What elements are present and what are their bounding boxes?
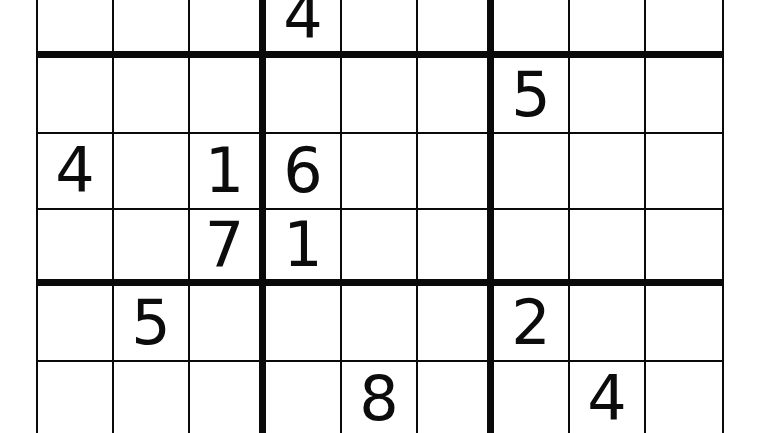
cell-r4c6[interactable] bbox=[418, 58, 494, 134]
cell-r6c1[interactable] bbox=[38, 210, 114, 286]
cell-r3c2[interactable] bbox=[114, 0, 190, 58]
given-digit: 4 bbox=[587, 368, 626, 430]
cell-r8c8[interactable]: 4 bbox=[570, 362, 646, 433]
cell-r8c4[interactable] bbox=[266, 362, 342, 433]
cell-r6c4[interactable]: 1 bbox=[266, 210, 342, 286]
cell-r7c6[interactable] bbox=[418, 286, 494, 362]
cell-r6c8[interactable] bbox=[570, 210, 646, 286]
cell-r6c3[interactable]: 7 bbox=[190, 210, 266, 286]
given-digit: 1 bbox=[205, 140, 244, 202]
cell-r5c5[interactable] bbox=[342, 134, 418, 210]
cell-r7c8[interactable] bbox=[570, 286, 646, 362]
cell-r5c7[interactable] bbox=[494, 134, 570, 210]
cell-r3c7[interactable] bbox=[494, 0, 570, 58]
given-digit: 7 bbox=[205, 214, 244, 276]
cell-r3c4[interactable]: 4 bbox=[266, 0, 342, 58]
given-digit: 1 bbox=[283, 214, 322, 276]
cell-r7c5[interactable] bbox=[342, 286, 418, 362]
cell-r5c2[interactable] bbox=[114, 134, 190, 210]
given-digit: 4 bbox=[55, 140, 94, 202]
cell-r8c2[interactable] bbox=[114, 362, 190, 433]
cell-r8c6[interactable] bbox=[418, 362, 494, 433]
sudoku-screenshot: 45416715284 bbox=[0, 0, 760, 433]
cell-r6c6[interactable] bbox=[418, 210, 494, 286]
cell-r7c4[interactable] bbox=[266, 286, 342, 362]
cell-r4c7[interactable]: 5 bbox=[494, 58, 570, 134]
given-digit: 8 bbox=[359, 368, 398, 430]
cell-r8c3[interactable] bbox=[190, 362, 266, 433]
cell-r8c9[interactable] bbox=[646, 362, 722, 433]
given-digit: 5 bbox=[511, 64, 550, 126]
cell-r7c9[interactable] bbox=[646, 286, 722, 362]
cell-r3c8[interactable] bbox=[570, 0, 646, 58]
cell-r4c3[interactable] bbox=[190, 58, 266, 134]
cell-r7c7[interactable]: 2 bbox=[494, 286, 570, 362]
cell-r4c4[interactable] bbox=[266, 58, 342, 134]
cell-r6c7[interactable] bbox=[494, 210, 570, 286]
given-digit: 4 bbox=[283, 0, 322, 48]
cell-r7c2[interactable]: 5 bbox=[114, 286, 190, 362]
cell-r8c7[interactable] bbox=[494, 362, 570, 433]
cell-r5c3[interactable]: 1 bbox=[190, 134, 266, 210]
cell-r4c1[interactable] bbox=[38, 58, 114, 134]
cell-r8c5[interactable]: 8 bbox=[342, 362, 418, 433]
cell-r5c6[interactable] bbox=[418, 134, 494, 210]
cell-r3c3[interactable] bbox=[190, 0, 266, 58]
cell-r3c6[interactable] bbox=[418, 0, 494, 58]
sudoku-board: 45416715284 bbox=[36, 0, 724, 433]
given-digit: 6 bbox=[283, 140, 322, 202]
cell-r6c2[interactable] bbox=[114, 210, 190, 286]
cell-r3c5[interactable] bbox=[342, 0, 418, 58]
given-digit: 5 bbox=[131, 292, 170, 354]
cell-r7c1[interactable] bbox=[38, 286, 114, 362]
cell-r3c9[interactable] bbox=[646, 0, 722, 58]
cell-r4c5[interactable] bbox=[342, 58, 418, 134]
cell-r5c1[interactable]: 4 bbox=[38, 134, 114, 210]
cell-r4c8[interactable] bbox=[570, 58, 646, 134]
cell-r5c9[interactable] bbox=[646, 134, 722, 210]
given-digit: 2 bbox=[511, 292, 550, 354]
cell-r3c1[interactable] bbox=[38, 0, 114, 58]
cell-r6c9[interactable] bbox=[646, 210, 722, 286]
cell-r6c5[interactable] bbox=[342, 210, 418, 286]
cell-r8c1[interactable] bbox=[38, 362, 114, 433]
cell-r5c8[interactable] bbox=[570, 134, 646, 210]
cell-r5c4[interactable]: 6 bbox=[266, 134, 342, 210]
cell-r4c9[interactable] bbox=[646, 58, 722, 134]
cell-r7c3[interactable] bbox=[190, 286, 266, 362]
cell-r4c2[interactable] bbox=[114, 58, 190, 134]
